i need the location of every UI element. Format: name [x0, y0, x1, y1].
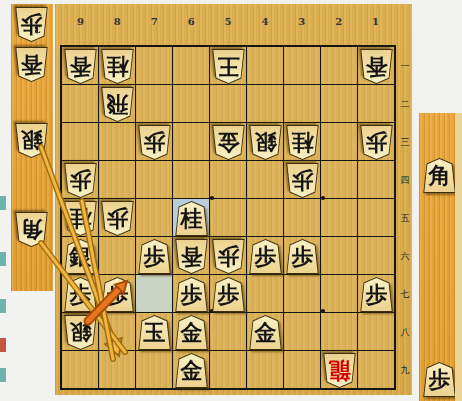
board-cell[interactable] [358, 351, 394, 388]
rank-label: 七 [399, 275, 411, 313]
piece-kanji: 桂 [101, 56, 134, 78]
gote-captured-tray: 歩3香銀角 [11, 4, 53, 291]
shogi-piece-金[interactable]: 金 [175, 315, 208, 350]
board-cell[interactable] [62, 351, 98, 388]
shogi-piece-角[interactable]: 角 [15, 212, 48, 247]
shogi-piece-歩[interactable]: 歩 [138, 125, 171, 160]
shogi-piece-歩[interactable]: 歩 [360, 125, 393, 160]
piece-kanji: 銀 [64, 245, 97, 267]
shogi-piece-王[interactable]: 王 [212, 49, 245, 84]
piece-kanji: 龍 [323, 360, 356, 382]
file-label: 5 [210, 16, 247, 28]
file-labels: 987654321 [62, 16, 394, 28]
board-cell[interactable] [284, 199, 320, 236]
shogi-piece-銀[interactable]: 銀 [15, 123, 48, 158]
board-cell[interactable] [284, 85, 320, 122]
piece-kanji: 香 [175, 246, 208, 268]
shogi-piece-香[interactable]: 香 [15, 47, 48, 82]
board-cell[interactable] [210, 85, 246, 122]
board-cell[interactable] [99, 123, 135, 160]
board-cell[interactable] [210, 161, 246, 198]
shogi-piece-飛[interactable]: 飛 [101, 87, 134, 122]
piece-kanji: 歩 [101, 208, 134, 230]
piece-kanji: 金 [249, 321, 282, 343]
edge-decoration [0, 368, 6, 382]
board-cell[interactable] [210, 199, 246, 236]
piece-kanji: 歩 [138, 245, 171, 267]
piece-kanji: 銀 [64, 322, 97, 344]
board-cell[interactable] [284, 275, 320, 312]
file-label: 8 [99, 16, 136, 28]
shogi-piece-金[interactable]: 金 [249, 315, 282, 350]
file-label: 9 [62, 16, 99, 28]
file-label: 4 [246, 16, 283, 28]
board-cell[interactable] [321, 237, 357, 274]
shogi-piece-歩[interactable]: 歩 [15, 7, 48, 42]
shogi-piece-歩[interactable]: 歩 [138, 239, 171, 274]
piece-kanji: 桂 [286, 132, 319, 154]
shogi-piece-歩[interactable]: 歩 [101, 277, 134, 312]
shogi-piece-銀[interactable]: 銀 [249, 125, 282, 160]
piece-kanji: 金 [212, 132, 245, 154]
board-cell[interactable] [173, 47, 209, 84]
board-cell[interactable] [210, 313, 246, 350]
board-cell[interactable] [321, 275, 357, 312]
piece-kanji: 銀 [15, 130, 48, 152]
board-cell[interactable] [136, 199, 172, 236]
hoshi-dot [210, 196, 214, 200]
board-cell[interactable] [321, 313, 357, 350]
board-cell[interactable] [247, 351, 283, 388]
shogi-piece-香[interactable]: 香 [360, 49, 393, 84]
shogi-piece-歩[interactable]: 歩 [360, 277, 393, 312]
rank-labels: 一二三四五六七八九 [399, 47, 411, 389]
board-cell[interactable] [136, 161, 172, 198]
piece-kanji: 歩 [423, 368, 456, 390]
piece-kanji: 王 [212, 56, 245, 78]
board-cell[interactable] [99, 313, 135, 350]
board-cell[interactable] [247, 161, 283, 198]
rank-label: 三 [399, 123, 411, 161]
board-cell[interactable] [99, 161, 135, 198]
board-cell[interactable] [321, 161, 357, 198]
shogi-piece-歩[interactable]: 歩 [64, 163, 97, 198]
shogi-piece-歩[interactable]: 歩 [423, 362, 456, 397]
rank-label: 四 [399, 161, 411, 199]
hoshi-dot [321, 196, 325, 200]
edge-decoration [0, 252, 6, 266]
board-cell[interactable] [136, 351, 172, 388]
board-cell[interactable] [136, 85, 172, 122]
board-cell[interactable] [247, 47, 283, 84]
shogi-piece-銀[interactable]: 銀 [64, 239, 97, 274]
piece-kanji: 角 [423, 164, 456, 186]
board-cell[interactable] [173, 123, 209, 160]
board-cell[interactable] [358, 85, 394, 122]
shogi-piece-桂[interactable]: 桂 [286, 125, 319, 160]
rank-label: 二 [399, 85, 411, 123]
board-cell[interactable] [173, 161, 209, 198]
captured-count: 3 [34, 24, 41, 35]
board-cell[interactable] [99, 351, 135, 388]
shogi-piece-桂[interactable]: 桂 [101, 49, 134, 84]
shogi-board: 香桂王香飛歩金銀桂歩歩歩桂歩桂銀歩香歩歩歩歩歩歩歩歩銀玉金金金龍 [60, 45, 396, 390]
file-label: 6 [173, 16, 210, 28]
shogi-piece-桂[interactable]: 桂 [64, 201, 97, 236]
file-label: 3 [283, 16, 320, 28]
piece-kanji: 歩 [212, 283, 245, 305]
rank-label: 八 [399, 313, 411, 351]
rank-label: 九 [399, 351, 411, 389]
piece-kanji: 歩 [64, 283, 97, 305]
edge-decoration [0, 338, 6, 352]
shogi-piece-香[interactable]: 香 [64, 49, 97, 84]
board-cell[interactable] [173, 85, 209, 122]
shogi-piece-歩[interactable]: 歩 [175, 277, 208, 312]
tray-edge [455, 113, 462, 401]
shogi-piece-桂[interactable]: 桂 [175, 201, 208, 236]
board-cell[interactable] [136, 275, 172, 312]
piece-kanji: 歩 [249, 245, 282, 267]
edge-decoration [0, 196, 6, 210]
shogi-piece-歩[interactable]: 歩 [212, 277, 245, 312]
board-cell[interactable] [321, 199, 357, 236]
board-cell[interactable] [358, 161, 394, 198]
shogi-piece-香[interactable]: 香 [175, 239, 208, 274]
rank-label: 六 [399, 237, 411, 275]
piece-kanji: 飛 [101, 94, 134, 116]
shogi-app: 987654321 一二三四五六七八九 香桂王香飛歩金銀桂歩歩歩桂歩桂銀歩香歩歩… [0, 0, 462, 401]
piece-kanji: 角 [15, 219, 48, 241]
file-label: 7 [136, 16, 173, 28]
board-cell[interactable] [358, 199, 394, 236]
board-cell[interactable] [247, 85, 283, 122]
shogi-piece-歩[interactable]: 歩 [286, 239, 319, 274]
board-cell[interactable] [210, 351, 246, 388]
piece-kanji: 玉 [138, 321, 171, 343]
board-cell[interactable] [284, 47, 320, 84]
piece-kanji: 歩 [286, 170, 319, 192]
piece-kanji: 歩 [360, 283, 393, 305]
piece-kanji: 歩 [138, 132, 171, 154]
piece-kanji: 歩 [286, 245, 319, 267]
piece-kanji: 桂 [64, 208, 97, 230]
shogi-piece-歩[interactable]: 歩 [249, 239, 282, 274]
piece-kanji: 歩 [175, 283, 208, 305]
piece-kanji: 金 [175, 359, 208, 381]
shogi-piece-龍[interactable]: 龍 [323, 353, 356, 388]
piece-kanji: 香 [15, 54, 48, 76]
board-cell[interactable] [62, 85, 98, 122]
file-label: 2 [320, 16, 357, 28]
board-cell[interactable] [284, 351, 320, 388]
shogi-piece-歩[interactable]: 歩 [212, 239, 245, 274]
piece-kanji: 歩 [360, 132, 393, 154]
board-cell[interactable] [321, 85, 357, 122]
shogi-piece-銀[interactable]: 銀 [64, 315, 97, 350]
board-cell[interactable] [99, 237, 135, 274]
piece-kanji: 金 [175, 321, 208, 343]
shogi-piece-金[interactable]: 金 [175, 353, 208, 388]
board-cell[interactable] [321, 47, 357, 84]
shogi-piece-金[interactable]: 金 [212, 125, 245, 160]
piece-kanji: 歩 [64, 170, 97, 192]
board-cell[interactable] [62, 123, 98, 160]
piece-kanji: 銀 [249, 132, 282, 154]
shogi-piece-歩[interactable]: 歩 [286, 163, 319, 198]
piece-kanji: 歩 [212, 246, 245, 268]
piece-kanji: 歩 [15, 14, 48, 36]
board-cell[interactable] [284, 313, 320, 350]
shogi-piece-角[interactable]: 角 [423, 158, 456, 193]
rank-label: 一 [399, 47, 411, 85]
board-cell[interactable] [321, 123, 357, 160]
rank-label: 五 [399, 199, 411, 237]
piece-kanji: 桂 [175, 207, 208, 229]
board-cell[interactable] [358, 313, 394, 350]
shogi-piece-歩[interactable]: 歩 [64, 277, 97, 312]
board-cell[interactable] [136, 47, 172, 84]
piece-kanji: 歩 [101, 283, 134, 305]
piece-kanji: 香 [360, 56, 393, 78]
edge-decoration [0, 299, 6, 313]
shogi-piece-歩[interactable]: 歩 [101, 201, 134, 236]
shogi-piece-玉[interactable]: 玉 [138, 315, 171, 350]
piece-kanji: 香 [64, 56, 97, 78]
board-cell[interactable] [247, 275, 283, 312]
board-cell[interactable] [247, 199, 283, 236]
board-cell[interactable] [358, 237, 394, 274]
hoshi-dot [321, 309, 325, 313]
file-label: 1 [357, 16, 394, 28]
